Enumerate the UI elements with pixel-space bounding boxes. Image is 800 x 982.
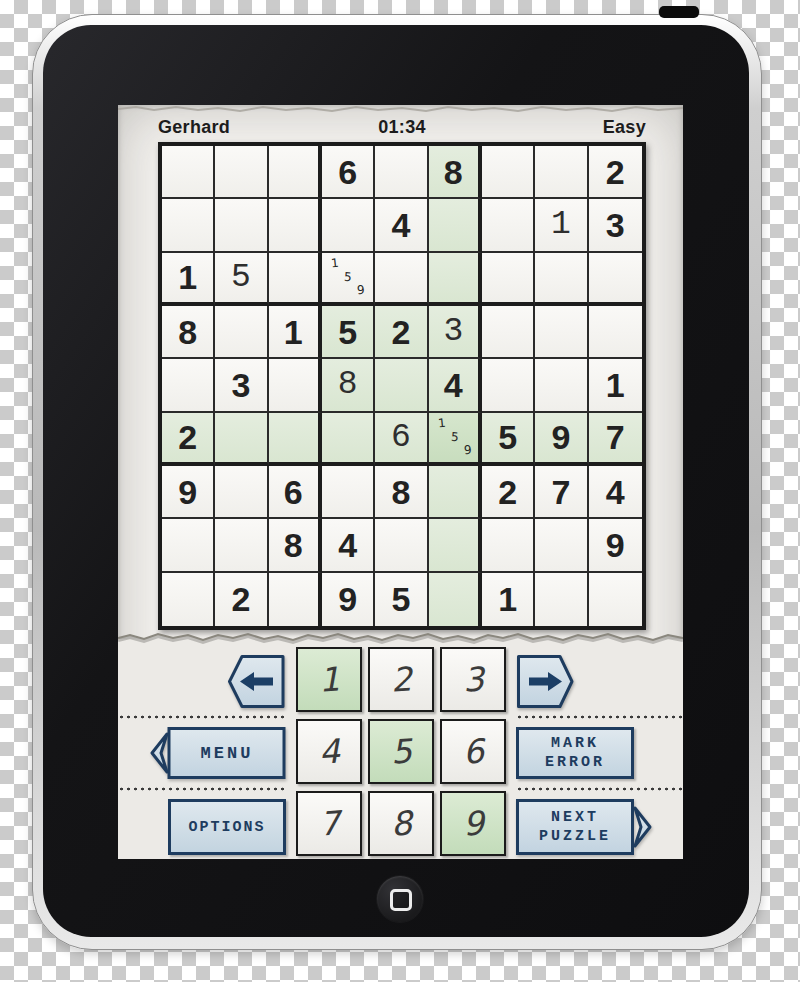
- sudoku-cell-r1c9[interactable]: 2: [589, 146, 642, 199]
- sudoku-cell-r2c9[interactable]: 3: [589, 199, 642, 252]
- given-digit: 2: [606, 155, 625, 189]
- sudoku-cell-r8c8[interactable]: [535, 519, 588, 572]
- sudoku-cell-r4c3[interactable]: 1: [269, 306, 322, 359]
- dotted-divider: [516, 715, 683, 719]
- given-digit: 1: [284, 315, 303, 349]
- sudoku-cell-r8c3[interactable]: 8: [269, 519, 322, 572]
- mark-error-line1: MARK: [551, 734, 599, 753]
- sudoku-cell-r9c8[interactable]: [535, 573, 588, 626]
- sudoku-cell-r1c5[interactable]: [375, 146, 428, 199]
- next-puzzle-line1: NEXT: [551, 808, 599, 827]
- sudoku-cell-r6c9[interactable]: 7: [589, 413, 642, 466]
- given-digit: 5: [392, 582, 411, 616]
- power-button[interactable]: [659, 6, 699, 18]
- sudoku-cell-r2c6[interactable]: [429, 199, 482, 252]
- sudoku-cell-r1c3[interactable]: [269, 146, 322, 199]
- sudoku-cell-r8c6[interactable]: [429, 519, 482, 572]
- given-digit: 8: [392, 475, 411, 509]
- sudoku-cell-r6c2[interactable]: [215, 413, 268, 466]
- given-digit: 7: [606, 420, 625, 454]
- options-button-label: OPTIONS: [188, 818, 265, 837]
- sudoku-cell-r6c6[interactable]: 159: [429, 413, 482, 466]
- sudoku-cell-r1c7[interactable]: [482, 146, 535, 199]
- given-digit: 8: [444, 155, 463, 189]
- sudoku-cell-r4c7[interactable]: [482, 306, 535, 359]
- previous-button[interactable]: [228, 655, 285, 708]
- sudoku-cell-r9c7[interactable]: 1: [482, 573, 535, 626]
- sudoku-cell-r4c2[interactable]: [215, 306, 268, 359]
- pencil-mark: 9: [357, 282, 366, 296]
- sudoku-cell-r3c2[interactable]: 5: [215, 253, 268, 306]
- numpad-button-6[interactable]: 6: [440, 719, 506, 784]
- sudoku-cell-r3c1[interactable]: 1: [162, 253, 215, 306]
- given-digit: 4: [606, 475, 625, 509]
- user-digit: 3: [443, 315, 463, 348]
- numpad-digit: 4: [317, 731, 341, 771]
- numpad-button-9[interactable]: 9: [440, 791, 506, 856]
- sudoku-cell-r5c1[interactable]: [162, 359, 215, 412]
- sudoku-cell-r9c3[interactable]: [269, 573, 322, 626]
- sudoku-cell-r7c4[interactable]: [322, 466, 375, 519]
- options-button[interactable]: OPTIONS: [168, 799, 286, 855]
- sudoku-cell-r4c1[interactable]: 8: [162, 306, 215, 359]
- sudoku-cell-r2c5[interactable]: 4: [375, 199, 428, 252]
- dotted-divider: [118, 715, 286, 719]
- given-digit: 9: [606, 528, 625, 562]
- numpad-digit: 8: [389, 803, 413, 843]
- sudoku-cell-r8c1[interactable]: [162, 519, 215, 572]
- sudoku-cell-r7c5[interactable]: 8: [375, 466, 428, 519]
- given-digit: 2: [392, 315, 411, 349]
- sudoku-cell-r2c8[interactable]: 1: [535, 199, 588, 252]
- mark-error-line2: ERROR: [545, 753, 605, 772]
- next-puzzle-button[interactable]: NEXT PUZZLE: [516, 799, 652, 855]
- given-digit: 6: [284, 475, 303, 509]
- user-digit: 8: [338, 368, 358, 401]
- user-digit: 5: [231, 261, 251, 294]
- numpad-button-3[interactable]: 3: [440, 647, 506, 712]
- menu-button-label: MENU: [201, 744, 254, 763]
- given-digit: 3: [606, 208, 625, 242]
- sudoku-cell-r5c6[interactable]: 4: [429, 359, 482, 412]
- given-digit: 9: [338, 582, 357, 616]
- torn-paper-edge-middle: [118, 629, 683, 647]
- given-digit: 5: [498, 420, 517, 454]
- sudoku-cell-r8c7[interactable]: [482, 519, 535, 572]
- sudoku-cell-r7c8[interactable]: 7: [535, 466, 588, 519]
- sudoku-cell-r6c3[interactable]: [269, 413, 322, 466]
- numpad-digit: 9: [461, 803, 485, 843]
- sudoku-cell-r3c8[interactable]: [535, 253, 588, 306]
- sudoku-cell-r3c6[interactable]: [429, 253, 482, 306]
- status-bar: Gerhard 01:34 Easy: [158, 115, 646, 139]
- sudoku-cell-r7c6[interactable]: [429, 466, 482, 519]
- numpad-button-1[interactable]: 1: [296, 647, 362, 712]
- sudoku-cell-r2c4[interactable]: [322, 199, 375, 252]
- given-digit: 2: [498, 475, 517, 509]
- numpad-button-4[interactable]: 4: [296, 719, 362, 784]
- sudoku-cell-r1c1[interactable]: [162, 146, 215, 199]
- given-digit: 4: [338, 528, 357, 562]
- sudoku-cell-r5c7[interactable]: [482, 359, 535, 412]
- app-screen: Gerhard 01:34 Easy 682413151598152338412…: [118, 105, 683, 859]
- given-digit: 1: [606, 368, 625, 402]
- given-digit: 4: [444, 368, 463, 402]
- pencil-mark: 5: [450, 429, 459, 443]
- sudoku-board: 6824131515981523384126159597968274849295…: [158, 142, 646, 630]
- given-digit: 8: [178, 315, 197, 349]
- sudoku-cell-r4c4[interactable]: 5: [322, 306, 375, 359]
- menu-button[interactable]: MENU: [150, 727, 286, 779]
- sudoku-cell-r9c5[interactable]: 5: [375, 573, 428, 626]
- numpad-button-7[interactable]: 7: [296, 791, 362, 856]
- sudoku-cell-r7c1[interactable]: 9: [162, 466, 215, 519]
- given-digit: 8: [284, 528, 303, 562]
- sudoku-cell-r8c5[interactable]: [375, 519, 428, 572]
- sudoku-cell-r8c9[interactable]: 9: [589, 519, 642, 572]
- sudoku-cell-r3c9[interactable]: [589, 253, 642, 306]
- numpad-digit: 5: [389, 731, 413, 771]
- sudoku-cell-r7c2[interactable]: [215, 466, 268, 519]
- dotted-divider: [516, 787, 683, 791]
- sudoku-cell-r5c8[interactable]: [535, 359, 588, 412]
- sudoku-cell-r5c4[interactable]: 8: [322, 359, 375, 412]
- given-digit: 6: [338, 155, 357, 189]
- given-digit: 1: [178, 260, 197, 294]
- sudoku-cell-r1c4[interactable]: 6: [322, 146, 375, 199]
- sudoku-cell-r4c5[interactable]: 2: [375, 306, 428, 359]
- right-chevron-icon: [635, 808, 650, 846]
- sudoku-cell-r1c6[interactable]: 8: [429, 146, 482, 199]
- sudoku-cell-r2c3[interactable]: [269, 199, 322, 252]
- given-digit: 1: [498, 582, 517, 616]
- timer: 01:34: [158, 117, 646, 138]
- given-digit: 7: [552, 475, 571, 509]
- sudoku-cell-r9c2[interactable]: 2: [215, 573, 268, 626]
- sudoku-cell-r7c7[interactable]: 2: [482, 466, 535, 519]
- sudoku-cell-r6c8[interactable]: 9: [535, 413, 588, 466]
- sudoku-cell-r5c5[interactable]: [375, 359, 428, 412]
- sudoku-cell-r9c1[interactable]: [162, 573, 215, 626]
- user-digit: 1: [551, 208, 571, 241]
- numpad-digit: 6: [461, 731, 485, 771]
- pencil-mark: 1: [330, 255, 339, 270]
- given-digit: 2: [178, 420, 197, 454]
- sudoku-cell-r6c4[interactable]: [322, 413, 375, 466]
- sudoku-cell-r6c5[interactable]: 6: [375, 413, 428, 466]
- checkerboard-background: Gerhard 01:34 Easy 682413151598152338412…: [0, 0, 800, 982]
- numpad-button-2[interactable]: 2: [368, 647, 434, 712]
- sudoku-cell-r9c6[interactable]: [429, 573, 482, 626]
- sudoku-cell-r4c6[interactable]: 3: [429, 306, 482, 359]
- left-chevron-icon: [152, 734, 167, 772]
- sudoku-cell-r8c2[interactable]: [215, 519, 268, 572]
- home-button-square-icon: [390, 889, 412, 911]
- numpad-button-8[interactable]: 8: [368, 791, 434, 856]
- torn-paper-edge-top: [118, 104, 683, 114]
- user-digit: 6: [391, 421, 411, 454]
- sudoku-cell-r6c1[interactable]: 2: [162, 413, 215, 466]
- given-digit: 4: [392, 208, 411, 242]
- sudoku-cell-r5c3[interactable]: [269, 359, 322, 412]
- sudoku-cell-r9c4[interactable]: 9: [322, 573, 375, 626]
- sudoku-cell-r6c7[interactable]: 5: [482, 413, 535, 466]
- sudoku-cell-r9c9[interactable]: [589, 573, 642, 626]
- numpad-digit: 1: [317, 659, 341, 699]
- numpad-digit: 3: [461, 659, 485, 699]
- sudoku-cell-r3c3[interactable]: [269, 253, 322, 306]
- numpad-digit: 7: [317, 803, 341, 843]
- given-digit: 9: [178, 475, 197, 509]
- sudoku-cell-r2c7[interactable]: [482, 199, 535, 252]
- sudoku-cell-r1c8[interactable]: [535, 146, 588, 199]
- given-digit: 9: [552, 420, 571, 454]
- sudoku-cell-r3c4[interactable]: 159: [322, 253, 375, 306]
- sudoku-cell-r8c4[interactable]: 4: [322, 519, 375, 572]
- pencil-mark: 5: [344, 269, 353, 283]
- sudoku-cell-r7c9[interactable]: 4: [589, 466, 642, 519]
- given-digit: 5: [338, 315, 357, 349]
- sudoku-cell-r1c2[interactable]: [215, 146, 268, 199]
- number-pad: 123456789: [296, 647, 506, 856]
- sudoku-cell-r3c5[interactable]: [375, 253, 428, 306]
- mark-error-label-wrap: MARK ERROR: [516, 727, 634, 779]
- next-button[interactable]: [517, 655, 574, 708]
- dotted-divider: [118, 787, 286, 791]
- numpad-button-5[interactable]: 5: [368, 719, 434, 784]
- sudoku-cell-r3c7[interactable]: [482, 253, 535, 306]
- sudoku-cell-r2c2[interactable]: [215, 199, 268, 252]
- pencil-mark: 1: [437, 415, 446, 430]
- numpad-digit: 2: [389, 659, 413, 699]
- sudoku-cell-r2c1[interactable]: [162, 199, 215, 252]
- next-puzzle-line2: PUZZLE: [539, 827, 611, 846]
- pencil-mark: 9: [463, 442, 472, 456]
- sudoku-cell-r4c8[interactable]: [535, 306, 588, 359]
- sudoku-cell-r4c9[interactable]: [589, 306, 642, 359]
- sudoku-cell-r5c9[interactable]: 1: [589, 359, 642, 412]
- sudoku-cell-r7c3[interactable]: 6: [269, 466, 322, 519]
- given-digit: 2: [232, 582, 251, 616]
- given-digit: 3: [232, 368, 251, 402]
- difficulty-label: Easy: [603, 117, 646, 138]
- home-button[interactable]: [377, 876, 423, 922]
- sudoku-cell-r5c2[interactable]: 3: [215, 359, 268, 412]
